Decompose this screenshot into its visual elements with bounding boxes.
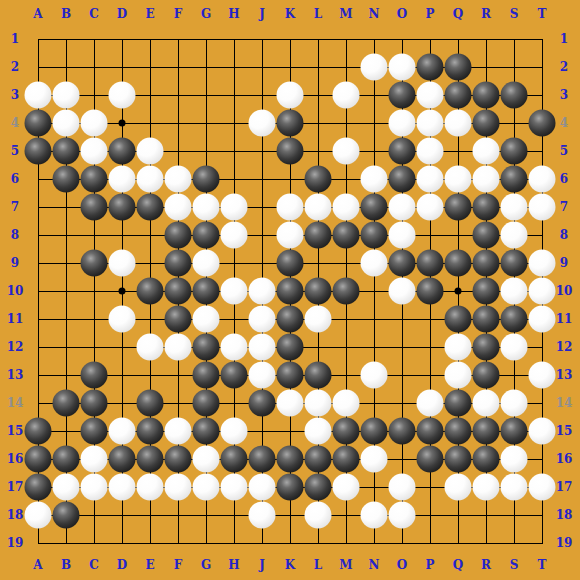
stone-white-G7 [193,194,220,221]
stone-black-G12 [193,334,220,361]
column-label-top-N: N [369,8,380,20]
stone-black-K5 [277,138,304,165]
stone-white-A3 [25,82,52,109]
stone-white-H7 [221,194,248,221]
stone-white-K8 [277,222,304,249]
row-label-right-4: 4 [560,117,568,129]
stone-white-N9 [361,250,388,277]
stone-white-F17 [165,474,192,501]
stone-white-L15 [305,418,332,445]
stone-white-J17 [249,474,276,501]
stone-white-D17 [109,474,136,501]
row-label-right-16: 16 [556,453,573,465]
stone-black-E16 [137,446,164,473]
stone-black-L8 [305,222,332,249]
column-label-top-B: B [61,8,71,20]
stone-black-B16 [53,446,80,473]
grid-line-horizontal [38,515,543,516]
stone-black-C15 [81,418,108,445]
stone-black-H13 [221,362,248,389]
stone-white-F12 [165,334,192,361]
column-label-top-E: E [145,8,154,20]
stone-black-B18 [53,502,80,529]
stone-white-O10 [389,278,416,305]
row-label-left-6: 6 [11,173,19,185]
column-label-top-Q: Q [453,8,463,20]
stone-white-J12 [249,334,276,361]
stone-white-N18 [361,502,388,529]
stone-black-P15 [417,418,444,445]
column-label-bottom-M: M [339,559,352,571]
row-label-left-1: 1 [11,33,19,45]
row-label-right-13: 13 [556,369,573,381]
stone-white-T13 [529,362,556,389]
stone-black-Q16 [445,446,472,473]
column-label-bottom-N: N [369,559,380,571]
stone-white-F6 [165,166,192,193]
star-point-D10 [119,288,126,295]
column-label-bottom-B: B [61,559,71,571]
stone-white-N2 [361,54,388,81]
stone-black-D5 [109,138,136,165]
stone-white-O4 [389,110,416,137]
column-label-top-S: S [510,8,519,20]
row-label-right-15: 15 [556,425,573,437]
row-label-left-19: 19 [7,537,24,549]
stone-black-C7 [81,194,108,221]
row-label-left-9: 9 [11,257,19,269]
stone-white-D3 [109,82,136,109]
stone-black-B14 [53,390,80,417]
row-label-left-18: 18 [7,509,24,521]
row-label-right-9: 9 [560,257,568,269]
stone-black-R15 [473,418,500,445]
stone-white-B3 [53,82,80,109]
stone-white-L14 [305,390,332,417]
column-label-bottom-O: O [397,559,407,571]
column-label-top-R: R [481,8,491,20]
stone-black-K11 [277,306,304,333]
stone-white-O2 [389,54,416,81]
stone-white-D6 [109,166,136,193]
stone-white-S14 [501,390,528,417]
stone-white-L18 [305,502,332,529]
row-label-left-16: 16 [7,453,24,465]
stone-white-G9 [193,250,220,277]
stone-white-N16 [361,446,388,473]
stone-black-O9 [389,250,416,277]
stone-white-H15 [221,418,248,445]
column-label-top-A: A [33,8,42,20]
stone-white-R5 [473,138,500,165]
stone-black-K17 [277,474,304,501]
column-label-bottom-L: L [314,559,322,571]
stone-black-M10 [333,278,360,305]
row-label-left-3: 3 [11,89,19,101]
stone-black-N8 [361,222,388,249]
stone-white-D15 [109,418,136,445]
column-label-top-M: M [339,8,352,20]
column-label-top-P: P [425,8,434,20]
column-label-top-J: J [259,8,265,20]
stone-black-G8 [193,222,220,249]
stone-black-O15 [389,418,416,445]
column-label-top-C: C [89,8,99,20]
stone-white-J4 [249,110,276,137]
stone-white-H17 [221,474,248,501]
stone-black-L6 [305,166,332,193]
stone-black-D7 [109,194,136,221]
column-label-bottom-S: S [510,559,519,571]
row-label-right-1: 1 [560,33,568,45]
stone-black-R12 [473,334,500,361]
stone-white-H10 [221,278,248,305]
stone-white-O8 [389,222,416,249]
stone-white-T15 [529,418,556,445]
column-label-bottom-A: A [33,559,42,571]
stone-black-E15 [137,418,164,445]
stone-black-Q2 [445,54,472,81]
stone-black-Q7 [445,194,472,221]
stone-black-M16 [333,446,360,473]
stone-black-B6 [53,166,80,193]
stone-white-H12 [221,334,248,361]
stone-black-J14 [249,390,276,417]
stone-black-N7 [361,194,388,221]
column-label-top-T: T [538,8,547,20]
row-label-left-13: 13 [7,369,24,381]
row-label-right-19: 19 [556,537,573,549]
column-label-bottom-R: R [481,559,491,571]
row-label-left-14: 14 [7,397,24,409]
stone-white-E12 [137,334,164,361]
column-label-bottom-P: P [425,559,434,571]
stone-black-M15 [333,418,360,445]
stone-black-F9 [165,250,192,277]
stone-black-C13 [81,362,108,389]
grid-line-horizontal [38,543,543,544]
stone-black-S11 [501,306,528,333]
row-label-left-7: 7 [11,201,19,213]
row-label-right-17: 17 [556,481,573,493]
star-point-Q10 [455,288,462,295]
stone-black-G14 [193,390,220,417]
stone-white-E6 [137,166,164,193]
stone-white-G11 [193,306,220,333]
stone-black-A4 [25,110,52,137]
stone-white-S10 [501,278,528,305]
stone-white-T11 [529,306,556,333]
column-label-top-H: H [228,8,239,20]
stone-black-K10 [277,278,304,305]
stone-white-F7 [165,194,192,221]
stone-black-S6 [501,166,528,193]
stone-black-M8 [333,222,360,249]
row-label-right-3: 3 [560,89,568,101]
stone-white-E17 [137,474,164,501]
stone-white-K3 [277,82,304,109]
stone-white-O18 [389,502,416,529]
stone-black-Q11 [445,306,472,333]
stone-white-P3 [417,82,444,109]
go-board-diagram: AABBCCDDEEFFGGHHJJKKLLMMNNOOPPQQRRSSTT11… [0,0,580,580]
stone-black-O6 [389,166,416,193]
stone-white-T17 [529,474,556,501]
stone-black-E10 [137,278,164,305]
column-label-bottom-F: F [174,559,183,571]
stone-white-O17 [389,474,416,501]
stone-white-T7 [529,194,556,221]
stone-black-P10 [417,278,444,305]
stone-black-O3 [389,82,416,109]
stone-white-C16 [81,446,108,473]
stone-black-A15 [25,418,52,445]
stone-black-L17 [305,474,332,501]
stone-black-G10 [193,278,220,305]
stone-white-M7 [333,194,360,221]
stone-black-S5 [501,138,528,165]
stone-white-J18 [249,502,276,529]
stone-black-L13 [305,362,332,389]
stone-black-C6 [81,166,108,193]
row-label-left-12: 12 [7,341,24,353]
stone-white-G17 [193,474,220,501]
stone-black-S15 [501,418,528,445]
stone-black-E7 [137,194,164,221]
stone-black-K9 [277,250,304,277]
stone-white-F15 [165,418,192,445]
column-label-top-O: O [397,8,407,20]
row-label-right-18: 18 [556,509,573,521]
column-label-bottom-G: G [201,559,211,571]
stone-white-C4 [81,110,108,137]
stone-black-P9 [417,250,444,277]
stone-black-R13 [473,362,500,389]
stone-black-O5 [389,138,416,165]
stone-white-S12 [501,334,528,361]
column-label-bottom-E: E [145,559,154,571]
column-label-top-F: F [174,8,183,20]
stone-black-L16 [305,446,332,473]
stone-white-Q6 [445,166,472,193]
column-label-bottom-T: T [538,559,547,571]
stone-black-H16 [221,446,248,473]
stone-white-J13 [249,362,276,389]
stone-white-P7 [417,194,444,221]
stone-black-K12 [277,334,304,361]
stone-black-K13 [277,362,304,389]
stone-white-P4 [417,110,444,137]
stone-white-L7 [305,194,332,221]
stone-white-J11 [249,306,276,333]
stone-black-F10 [165,278,192,305]
stone-white-H8 [221,222,248,249]
stone-black-K4 [277,110,304,137]
stone-white-M17 [333,474,360,501]
stone-white-R6 [473,166,500,193]
row-label-left-10: 10 [7,285,24,297]
column-label-bottom-D: D [117,559,127,571]
column-label-bottom-J: J [259,559,265,571]
stone-white-Q12 [445,334,472,361]
stone-white-A18 [25,502,52,529]
stone-white-L11 [305,306,332,333]
stone-black-K16 [277,446,304,473]
stone-white-E5 [137,138,164,165]
column-label-top-L: L [314,8,322,20]
stone-white-N6 [361,166,388,193]
stone-black-R16 [473,446,500,473]
row-label-left-4: 4 [11,117,19,129]
stone-black-T4 [529,110,556,137]
column-label-bottom-H: H [228,559,239,571]
stone-black-C14 [81,390,108,417]
stone-white-J10 [249,278,276,305]
stone-white-B4 [53,110,80,137]
row-label-right-14: 14 [556,397,573,409]
stone-white-Q13 [445,362,472,389]
stone-white-D11 [109,306,136,333]
column-label-top-K: K [285,8,295,20]
stone-black-D16 [109,446,136,473]
row-label-right-2: 2 [560,61,568,73]
stone-black-Q9 [445,250,472,277]
stone-black-R9 [473,250,500,277]
stone-white-S8 [501,222,528,249]
stone-black-E14 [137,390,164,417]
stone-white-N13 [361,362,388,389]
stone-black-Q3 [445,82,472,109]
stone-black-R4 [473,110,500,137]
stone-white-B17 [53,474,80,501]
stone-white-M3 [333,82,360,109]
stone-black-A17 [25,474,52,501]
stone-black-N15 [361,418,388,445]
stone-white-M14 [333,390,360,417]
row-label-left-8: 8 [11,229,19,241]
stone-white-O7 [389,194,416,221]
stone-white-C17 [81,474,108,501]
stone-white-K14 [277,390,304,417]
stone-white-D9 [109,250,136,277]
stone-black-R8 [473,222,500,249]
stone-white-P14 [417,390,444,417]
stone-black-G6 [193,166,220,193]
column-label-bottom-K: K [285,559,295,571]
column-label-top-D: D [117,8,127,20]
stone-white-K7 [277,194,304,221]
row-label-right-12: 12 [556,341,573,353]
stone-white-S7 [501,194,528,221]
stone-black-P16 [417,446,444,473]
column-label-bottom-Q: Q [453,559,463,571]
stone-black-R10 [473,278,500,305]
stone-white-G16 [193,446,220,473]
stone-black-F8 [165,222,192,249]
stone-white-Q4 [445,110,472,137]
stone-white-M5 [333,138,360,165]
stone-black-C9 [81,250,108,277]
stone-black-R3 [473,82,500,109]
stone-white-P5 [417,138,444,165]
stone-white-R17 [473,474,500,501]
stone-black-S9 [501,250,528,277]
stone-white-P6 [417,166,444,193]
row-label-right-11: 11 [556,313,573,325]
stone-black-L10 [305,278,332,305]
row-label-left-17: 17 [7,481,24,493]
stone-white-T6 [529,166,556,193]
stone-black-S3 [501,82,528,109]
stone-black-P2 [417,54,444,81]
row-label-right-8: 8 [560,229,568,241]
stone-black-G13 [193,362,220,389]
stone-black-R7 [473,194,500,221]
row-label-right-6: 6 [560,173,568,185]
stone-black-Q15 [445,418,472,445]
stone-white-S17 [501,474,528,501]
row-label-right-5: 5 [560,145,568,157]
row-label-left-11: 11 [7,313,24,325]
row-label-left-2: 2 [11,61,19,73]
row-label-right-7: 7 [560,201,568,213]
row-label-left-5: 5 [11,145,19,157]
stone-white-R14 [473,390,500,417]
stone-black-G15 [193,418,220,445]
stone-black-A16 [25,446,52,473]
stone-black-A5 [25,138,52,165]
column-label-bottom-C: C [89,559,99,571]
stone-black-F16 [165,446,192,473]
stone-white-S16 [501,446,528,473]
stone-white-C5 [81,138,108,165]
stone-black-Q14 [445,390,472,417]
star-point-D4 [119,120,126,127]
stone-white-Q17 [445,474,472,501]
stone-black-F11 [165,306,192,333]
row-label-left-15: 15 [7,425,24,437]
row-label-right-10: 10 [556,285,573,297]
stone-black-B5 [53,138,80,165]
column-label-top-G: G [201,8,211,20]
stone-white-T10 [529,278,556,305]
stone-black-R11 [473,306,500,333]
stone-white-T9 [529,250,556,277]
stone-black-J16 [249,446,276,473]
